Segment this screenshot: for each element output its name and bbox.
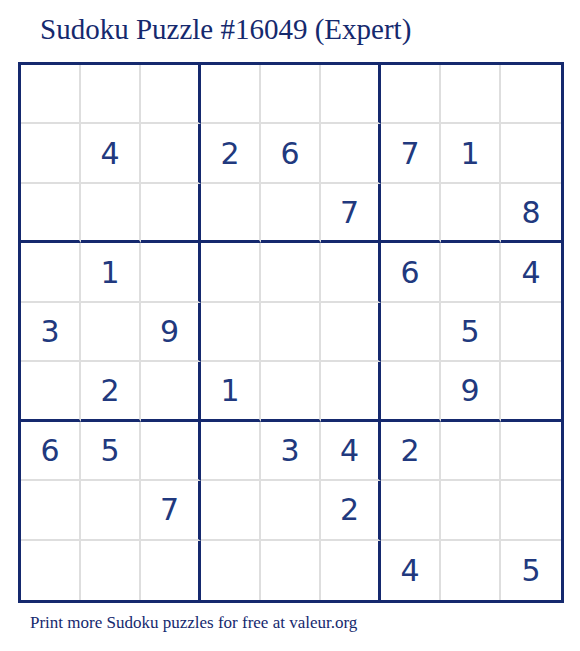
sudoku-cell-r5c4[interactable]	[201, 303, 261, 362]
sudoku-cell-r5c3[interactable]: 9	[141, 303, 201, 362]
sudoku-cell-r7c9[interactable]	[501, 422, 561, 481]
sudoku-cell-r3c7[interactable]	[381, 184, 441, 243]
sudoku-cell-r2c1[interactable]	[21, 124, 81, 183]
sudoku-cell-r4c4[interactable]	[201, 243, 261, 302]
sudoku-cell-r2c6[interactable]	[321, 124, 381, 183]
sudoku-cell-r6c2[interactable]: 2	[81, 362, 141, 421]
sudoku-cell-r4c9[interactable]: 4	[501, 243, 561, 302]
sudoku-cell-r3c2[interactable]	[81, 184, 141, 243]
sudoku-cell-r9c9[interactable]: 5	[501, 541, 561, 600]
given-digit: 9	[160, 314, 179, 349]
given-digit: 6	[280, 136, 299, 171]
sudoku-cell-r7c4[interactable]	[201, 422, 261, 481]
given-digit: 5	[100, 433, 119, 468]
given-digit: 1	[100, 255, 119, 290]
sudoku-cell-r2c2[interactable]: 4	[81, 124, 141, 183]
sudoku-cell-r3c4[interactable]	[201, 184, 261, 243]
sudoku-cell-r1c9[interactable]	[501, 65, 561, 124]
sudoku-cell-r9c7[interactable]: 4	[381, 541, 441, 600]
sudoku-cell-r8c6[interactable]: 2	[321, 481, 381, 540]
sudoku-cell-r8c1[interactable]	[21, 481, 81, 540]
sudoku-cell-r8c3[interactable]: 7	[141, 481, 201, 540]
sudoku-cell-r1c3[interactable]	[141, 65, 201, 124]
sudoku-cell-r4c6[interactable]	[321, 243, 381, 302]
sudoku-cell-r6c1[interactable]	[21, 362, 81, 421]
sudoku-cell-r6c9[interactable]	[501, 362, 561, 421]
given-digit: 1	[460, 136, 479, 171]
sudoku-cell-r7c2[interactable]: 5	[81, 422, 141, 481]
given-digit: 7	[160, 492, 179, 527]
sudoku-cell-r9c5[interactable]	[261, 541, 321, 600]
sudoku-cell-r5c8[interactable]: 5	[441, 303, 501, 362]
sudoku-cell-r8c4[interactable]	[201, 481, 261, 540]
given-digit: 2	[340, 492, 359, 527]
sudoku-cell-r5c7[interactable]	[381, 303, 441, 362]
sudoku-cell-r9c8[interactable]	[441, 541, 501, 600]
sudoku-cell-r6c5[interactable]	[261, 362, 321, 421]
sudoku-cell-r7c8[interactable]	[441, 422, 501, 481]
sudoku-cell-r3c8[interactable]	[441, 184, 501, 243]
sudoku-cell-r8c8[interactable]	[441, 481, 501, 540]
sudoku-cell-r2c9[interactable]	[501, 124, 561, 183]
sudoku-cell-r3c9[interactable]: 8	[501, 184, 561, 243]
sudoku-cell-r8c2[interactable]	[81, 481, 141, 540]
sudoku-cell-r6c8[interactable]: 9	[441, 362, 501, 421]
sudoku-cell-r6c3[interactable]	[141, 362, 201, 421]
sudoku-cell-r2c8[interactable]: 1	[441, 124, 501, 183]
sudoku-cell-r1c7[interactable]	[381, 65, 441, 124]
sudoku-cell-r4c7[interactable]: 6	[381, 243, 441, 302]
sudoku-cell-r7c5[interactable]: 3	[261, 422, 321, 481]
sudoku-cell-r2c7[interactable]: 7	[381, 124, 441, 183]
given-digit: 2	[400, 433, 419, 468]
sudoku-cell-r5c1[interactable]: 3	[21, 303, 81, 362]
sudoku-cell-r1c1[interactable]	[21, 65, 81, 124]
given-digit: 7	[400, 136, 419, 171]
given-digit: 1	[220, 373, 239, 408]
sudoku-cell-r4c8[interactable]	[441, 243, 501, 302]
sudoku-cell-r5c9[interactable]	[501, 303, 561, 362]
sudoku-cell-r1c5[interactable]	[261, 65, 321, 124]
sudoku-cell-r5c2[interactable]	[81, 303, 141, 362]
given-digit: 7	[340, 195, 359, 230]
sudoku-cell-r2c4[interactable]: 2	[201, 124, 261, 183]
sudoku-cell-r6c6[interactable]	[321, 362, 381, 421]
sudoku-cell-r4c3[interactable]	[141, 243, 201, 302]
footer-text: Print more Sudoku puzzles for free at va…	[30, 613, 357, 633]
sudoku-cell-r3c1[interactable]	[21, 184, 81, 243]
given-digit: 8	[521, 195, 540, 230]
sudoku-cell-r2c5[interactable]: 6	[261, 124, 321, 183]
given-digit: 2	[220, 136, 239, 171]
sudoku-cell-r9c4[interactable]	[201, 541, 261, 600]
given-digit: 3	[40, 314, 59, 349]
sudoku-cell-r9c2[interactable]	[81, 541, 141, 600]
sudoku-cell-r2c3[interactable]	[141, 124, 201, 183]
given-digit: 5	[460, 314, 479, 349]
sudoku-cell-r9c1[interactable]	[21, 541, 81, 600]
sudoku-cell-r3c3[interactable]	[141, 184, 201, 243]
given-digit: 4	[340, 433, 359, 468]
sudoku-cell-r8c5[interactable]	[261, 481, 321, 540]
sudoku-cell-r1c6[interactable]	[321, 65, 381, 124]
sudoku-cell-r1c2[interactable]	[81, 65, 141, 124]
given-digit: 3	[280, 433, 299, 468]
sudoku-cell-r1c4[interactable]	[201, 65, 261, 124]
sudoku-cell-r8c7[interactable]	[381, 481, 441, 540]
given-digit: 6	[400, 255, 419, 290]
sudoku-cell-r7c6[interactable]: 4	[321, 422, 381, 481]
sudoku-cell-r8c9[interactable]	[501, 481, 561, 540]
sudoku-cell-r3c5[interactable]	[261, 184, 321, 243]
sudoku-cell-r7c1[interactable]: 6	[21, 422, 81, 481]
sudoku-cell-r4c2[interactable]: 1	[81, 243, 141, 302]
sudoku-cell-r6c4[interactable]: 1	[201, 362, 261, 421]
given-digit: 5	[521, 553, 540, 588]
sudoku-cell-r7c7[interactable]: 2	[381, 422, 441, 481]
sudoku-cell-r3c6[interactable]: 7	[321, 184, 381, 243]
sudoku-cell-r4c1[interactable]	[21, 243, 81, 302]
sudoku-cell-r7c3[interactable]	[141, 422, 201, 481]
given-digit: 9	[460, 373, 479, 408]
sudoku-cell-r5c6[interactable]	[321, 303, 381, 362]
sudoku-cell-r5c5[interactable]	[261, 303, 321, 362]
given-digit: 4	[100, 136, 119, 171]
page-title: Sudoku Puzzle #16049 (Expert)	[40, 13, 411, 46]
sudoku-cell-r6c7[interactable]	[381, 362, 441, 421]
sudoku-cell-r1c8[interactable]	[441, 65, 501, 124]
sudoku-cell-r9c3[interactable]	[141, 541, 201, 600]
given-digit: 4	[521, 255, 540, 290]
sudoku-board: 4267178164395219653427245	[18, 62, 564, 603]
given-digit: 4	[400, 553, 419, 588]
sudoku-cell-r9c6[interactable]	[321, 541, 381, 600]
given-digit: 2	[100, 373, 119, 408]
given-digit: 6	[40, 433, 59, 468]
sudoku-cell-r4c5[interactable]	[261, 243, 321, 302]
